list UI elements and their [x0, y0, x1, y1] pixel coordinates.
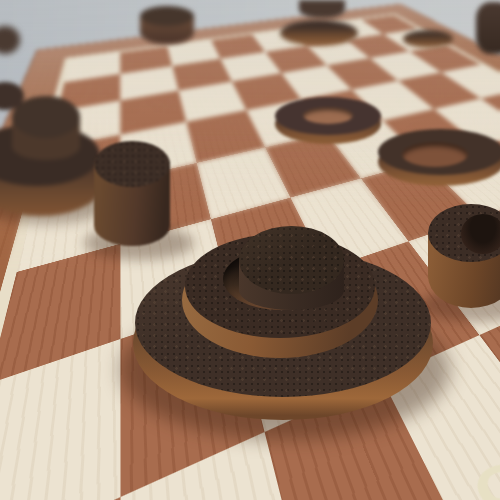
board-grid — [0, 14, 500, 500]
checkers-photo-scene: A — [0, 0, 500, 500]
board-perspective-wrapper: A — [0, 0, 500, 500]
checkers-board-frame: A — [0, 4, 500, 500]
